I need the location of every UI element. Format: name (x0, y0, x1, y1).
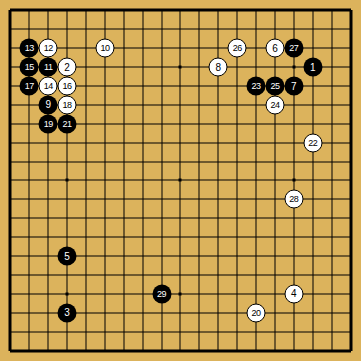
intersection-oa[interactable] (266, 1, 285, 20)
intersection-sb[interactable] (341, 20, 360, 39)
intersection-sk[interactable] (341, 190, 360, 209)
intersection-qm[interactable] (303, 228, 322, 247)
intersection-jg[interactable] (171, 114, 190, 133)
intersection-re[interactable] (322, 77, 341, 96)
intersection-lq[interactable] (209, 303, 228, 322)
intersection-al[interactable] (1, 209, 20, 228)
intersection-la[interactable] (209, 1, 228, 20)
intersection-iq[interactable] (152, 303, 171, 322)
intersection-in[interactable] (152, 247, 171, 266)
intersection-ln[interactable] (209, 247, 228, 266)
intersection-kf[interactable] (190, 95, 209, 114)
intersection-gd[interactable] (114, 58, 133, 77)
intersection-li[interactable] (209, 152, 228, 171)
intersection-fo[interactable] (95, 266, 114, 285)
intersection-kj[interactable] (190, 171, 209, 190)
intersection-kp[interactable] (190, 284, 209, 303)
intersection-do[interactable] (58, 266, 77, 285)
intersection-rc[interactable] (322, 39, 341, 58)
intersection-hc[interactable] (133, 39, 152, 58)
intersection-br[interactable] (20, 322, 39, 341)
intersection-pr[interactable] (284, 322, 303, 341)
intersection-js[interactable] (171, 341, 190, 360)
intersection-fd[interactable] (95, 58, 114, 77)
intersection-mb[interactable] (228, 20, 247, 39)
intersection-ls[interactable] (209, 341, 228, 360)
intersection-gh[interactable] (114, 133, 133, 152)
intersection-rp[interactable] (322, 284, 341, 303)
intersection-ge[interactable] (114, 77, 133, 96)
intersection-gn[interactable] (114, 247, 133, 266)
intersection-nh[interactable] (247, 133, 266, 152)
intersection-me[interactable] (228, 77, 247, 96)
intersection-ng[interactable] (247, 114, 266, 133)
intersection-oq[interactable] (266, 303, 285, 322)
intersection-if[interactable] (152, 95, 171, 114)
intersection-en[interactable] (77, 247, 96, 266)
intersection-gm[interactable] (114, 228, 133, 247)
intersection-kq[interactable] (190, 303, 209, 322)
intersection-qj[interactable] (303, 171, 322, 190)
intersection-le[interactable] (209, 77, 228, 96)
intersection-rb[interactable] (322, 20, 341, 39)
intersection-aq[interactable] (1, 303, 20, 322)
intersection-nb[interactable] (247, 20, 266, 39)
intersection-nc[interactable] (247, 39, 266, 58)
intersection-op[interactable] (266, 284, 285, 303)
intersection-nl[interactable] (247, 209, 266, 228)
intersection-oo[interactable] (266, 266, 285, 285)
intersection-fm[interactable] (95, 228, 114, 247)
intersection-qe[interactable] (303, 77, 322, 96)
intersection-or[interactable] (266, 322, 285, 341)
intersection-aj[interactable] (1, 171, 20, 190)
intersection-qb[interactable] (303, 20, 322, 39)
intersection-mg[interactable] (228, 114, 247, 133)
intersection-is[interactable] (152, 341, 171, 360)
intersection-qf[interactable] (303, 95, 322, 114)
intersection-er[interactable] (77, 322, 96, 341)
intersection-ns[interactable] (247, 341, 266, 360)
intersection-bn[interactable] (20, 247, 39, 266)
intersection-ic[interactable] (152, 39, 171, 58)
intersection-fq[interactable] (95, 303, 114, 322)
intersection-as[interactable] (1, 341, 20, 360)
intersection-lo[interactable] (209, 266, 228, 285)
intersection-lr[interactable] (209, 322, 228, 341)
intersection-ga[interactable] (114, 1, 133, 20)
intersection-ro[interactable] (322, 266, 341, 285)
intersection-qg[interactable] (303, 114, 322, 133)
intersection-rq[interactable] (322, 303, 341, 322)
intersection-pn[interactable] (284, 247, 303, 266)
intersection-om[interactable] (266, 228, 285, 247)
intersection-ds[interactable] (58, 341, 77, 360)
intersection-ej[interactable] (77, 171, 96, 190)
intersection-ij[interactable] (152, 171, 171, 190)
intersection-ia[interactable] (152, 1, 171, 20)
intersection-rn[interactable] (322, 247, 341, 266)
intersection-id[interactable] (152, 58, 171, 77)
intersection-fl[interactable] (95, 209, 114, 228)
intersection-je[interactable] (171, 77, 190, 96)
intersection-qi[interactable] (303, 152, 322, 171)
intersection-qo[interactable] (303, 266, 322, 285)
intersection-ff[interactable] (95, 95, 114, 114)
intersection-ec[interactable] (77, 39, 96, 58)
intersection-ai[interactable] (1, 152, 20, 171)
intersection-lg[interactable] (209, 114, 228, 133)
intersection-jb[interactable] (171, 20, 190, 39)
intersection-ep[interactable] (77, 284, 96, 303)
intersection-fk[interactable] (95, 190, 114, 209)
intersection-cs[interactable] (39, 341, 58, 360)
intersection-bm[interactable] (20, 228, 39, 247)
intersection-ql[interactable] (303, 209, 322, 228)
intersection-sd[interactable] (341, 58, 360, 77)
intersection-dk[interactable] (58, 190, 77, 209)
intersection-hd[interactable] (133, 58, 152, 77)
intersection-ie[interactable] (152, 77, 171, 96)
intersection-dh[interactable] (58, 133, 77, 152)
intersection-fn[interactable] (95, 247, 114, 266)
intersection-kk[interactable] (190, 190, 209, 209)
intersection-bb[interactable] (20, 20, 39, 39)
intersection-ml[interactable] (228, 209, 247, 228)
intersection-fb[interactable] (95, 20, 114, 39)
intersection-gb[interactable] (114, 20, 133, 39)
intersection-cl[interactable] (39, 209, 58, 228)
intersection-fr[interactable] (95, 322, 114, 341)
intersection-oi[interactable] (266, 152, 285, 171)
intersection-kb[interactable] (190, 20, 209, 39)
intersection-dl[interactable] (58, 209, 77, 228)
intersection-bs[interactable] (20, 341, 39, 360)
intersection-nj[interactable] (247, 171, 266, 190)
intersection-bo[interactable] (20, 266, 39, 285)
intersection-nf[interactable] (247, 95, 266, 114)
intersection-am[interactable] (1, 228, 20, 247)
intersection-ca[interactable] (39, 1, 58, 20)
intersection-ac[interactable] (1, 39, 20, 58)
intersection-af[interactable] (1, 95, 20, 114)
intersection-nn[interactable] (247, 247, 266, 266)
intersection-hb[interactable] (133, 20, 152, 39)
intersection-bp[interactable] (20, 284, 39, 303)
intersection-sq[interactable] (341, 303, 360, 322)
intersection-jl[interactable] (171, 209, 190, 228)
intersection-pa[interactable] (284, 1, 303, 20)
intersection-hp[interactable] (133, 284, 152, 303)
intersection-ra[interactable] (322, 1, 341, 20)
intersection-lh[interactable] (209, 133, 228, 152)
intersection-ho[interactable] (133, 266, 152, 285)
intersection-kc[interactable] (190, 39, 209, 58)
intersection-gq[interactable] (114, 303, 133, 322)
intersection-aa[interactable] (1, 1, 20, 20)
intersection-di[interactable] (58, 152, 77, 171)
intersection-ma[interactable] (228, 1, 247, 20)
intersection-rr[interactable] (322, 322, 341, 341)
intersection-gi[interactable] (114, 152, 133, 171)
intersection-qk[interactable] (303, 190, 322, 209)
intersection-bi[interactable] (20, 152, 39, 171)
intersection-si[interactable] (341, 152, 360, 171)
intersection-ig[interactable] (152, 114, 171, 133)
intersection-gf[interactable] (114, 95, 133, 114)
intersection-os[interactable] (266, 341, 285, 360)
intersection-jq[interactable] (171, 303, 190, 322)
intersection-sr[interactable] (341, 322, 360, 341)
intersection-ms[interactable] (228, 341, 247, 360)
intersection-qr[interactable] (303, 322, 322, 341)
intersection-hn[interactable] (133, 247, 152, 266)
intersection-nd[interactable] (247, 58, 266, 77)
intersection-ph[interactable] (284, 133, 303, 152)
intersection-jn[interactable] (171, 247, 190, 266)
intersection-bq[interactable] (20, 303, 39, 322)
intersection-jh[interactable] (171, 133, 190, 152)
intersection-mr[interactable] (228, 322, 247, 341)
intersection-lf[interactable] (209, 95, 228, 114)
intersection-jc[interactable] (171, 39, 190, 58)
intersection-bf[interactable] (20, 95, 39, 114)
intersection-ii[interactable] (152, 152, 171, 171)
intersection-dc[interactable] (58, 39, 77, 58)
intersection-np[interactable] (247, 284, 266, 303)
intersection-ag[interactable] (1, 114, 20, 133)
intersection-mk[interactable] (228, 190, 247, 209)
intersection-jp[interactable] (171, 284, 190, 303)
intersection-ae[interactable] (1, 77, 20, 96)
intersection-gp[interactable] (114, 284, 133, 303)
intersection-fh[interactable] (95, 133, 114, 152)
intersection-jm[interactable] (171, 228, 190, 247)
intersection-ha[interactable] (133, 1, 152, 20)
intersection-sj[interactable] (341, 171, 360, 190)
intersection-kg[interactable] (190, 114, 209, 133)
intersection-no[interactable] (247, 266, 266, 285)
intersection-ak[interactable] (1, 190, 20, 209)
intersection-pm[interactable] (284, 228, 303, 247)
intersection-mp[interactable] (228, 284, 247, 303)
intersection-hh[interactable] (133, 133, 152, 152)
intersection-lb[interactable] (209, 20, 228, 39)
intersection-da[interactable] (58, 1, 77, 20)
intersection-rh[interactable] (322, 133, 341, 152)
intersection-se[interactable] (341, 77, 360, 96)
intersection-hr[interactable] (133, 322, 152, 341)
intersection-bg[interactable] (20, 114, 39, 133)
intersection-nk[interactable] (247, 190, 266, 209)
intersection-ih[interactable] (152, 133, 171, 152)
intersection-jj[interactable] (171, 171, 190, 190)
intersection-pd[interactable] (284, 58, 303, 77)
intersection-sg[interactable] (341, 114, 360, 133)
intersection-ar[interactable] (1, 322, 20, 341)
intersection-na[interactable] (247, 1, 266, 20)
intersection-hm[interactable] (133, 228, 152, 247)
intersection-cj[interactable] (39, 171, 58, 190)
intersection-es[interactable] (77, 341, 96, 360)
intersection-sp[interactable] (341, 284, 360, 303)
intersection-sa[interactable] (341, 1, 360, 20)
intersection-ad[interactable] (1, 58, 20, 77)
intersection-jr[interactable] (171, 322, 190, 341)
intersection-ss[interactable] (341, 341, 360, 360)
intersection-oh[interactable] (266, 133, 285, 152)
intersection-ol[interactable] (266, 209, 285, 228)
intersection-hj[interactable] (133, 171, 152, 190)
intersection-mq[interactable] (228, 303, 247, 322)
intersection-nm[interactable] (247, 228, 266, 247)
intersection-fj[interactable] (95, 171, 114, 190)
intersection-ed[interactable] (77, 58, 96, 77)
intersection-sc[interactable] (341, 39, 360, 58)
intersection-jo[interactable] (171, 266, 190, 285)
intersection-fe[interactable] (95, 77, 114, 96)
intersection-kd[interactable] (190, 58, 209, 77)
intersection-ef[interactable] (77, 95, 96, 114)
intersection-ao[interactable] (1, 266, 20, 285)
intersection-hl[interactable] (133, 209, 152, 228)
intersection-og[interactable] (266, 114, 285, 133)
intersection-ok[interactable] (266, 190, 285, 209)
intersection-cr[interactable] (39, 322, 58, 341)
intersection-fp[interactable] (95, 284, 114, 303)
intersection-pl[interactable] (284, 209, 303, 228)
intersection-an[interactable] (1, 247, 20, 266)
intersection-im[interactable] (152, 228, 171, 247)
intersection-rg[interactable] (322, 114, 341, 133)
intersection-sh[interactable] (341, 133, 360, 152)
intersection-jk[interactable] (171, 190, 190, 209)
intersection-rj[interactable] (322, 171, 341, 190)
intersection-ah[interactable] (1, 133, 20, 152)
intersection-ap[interactable] (1, 284, 20, 303)
intersection-eh[interactable] (77, 133, 96, 152)
intersection-qs[interactable] (303, 341, 322, 360)
intersection-db[interactable] (58, 20, 77, 39)
intersection-ks[interactable] (190, 341, 209, 360)
intersection-ko[interactable] (190, 266, 209, 285)
intersection-kl[interactable] (190, 209, 209, 228)
intersection-lk[interactable] (209, 190, 228, 209)
intersection-gc[interactable] (114, 39, 133, 58)
intersection-bl[interactable] (20, 209, 39, 228)
intersection-ka[interactable] (190, 1, 209, 20)
intersection-dr[interactable] (58, 322, 77, 341)
intersection-mh[interactable] (228, 133, 247, 152)
intersection-ki[interactable] (190, 152, 209, 171)
intersection-hi[interactable] (133, 152, 152, 171)
intersection-dj[interactable] (58, 171, 77, 190)
intersection-eo[interactable] (77, 266, 96, 285)
intersection-qn[interactable] (303, 247, 322, 266)
intersection-gs[interactable] (114, 341, 133, 360)
intersection-nr[interactable] (247, 322, 266, 341)
intersection-lp[interactable] (209, 284, 228, 303)
intersection-ke[interactable] (190, 77, 209, 96)
intersection-fi[interactable] (95, 152, 114, 171)
intersection-lm[interactable] (209, 228, 228, 247)
intersection-fs[interactable] (95, 341, 114, 360)
intersection-bj[interactable] (20, 171, 39, 190)
intersection-hk[interactable] (133, 190, 152, 209)
intersection-il[interactable] (152, 209, 171, 228)
intersection-pg[interactable] (284, 114, 303, 133)
intersection-eb[interactable] (77, 20, 96, 39)
intersection-gl[interactable] (114, 209, 133, 228)
intersection-ea[interactable] (77, 1, 96, 20)
intersection-sm[interactable] (341, 228, 360, 247)
intersection-rs[interactable] (322, 341, 341, 360)
intersection-bk[interactable] (20, 190, 39, 209)
intersection-ob[interactable] (266, 20, 285, 39)
intersection-gr[interactable] (114, 322, 133, 341)
intersection-pq[interactable] (284, 303, 303, 322)
intersection-hs[interactable] (133, 341, 152, 360)
intersection-mm[interactable] (228, 228, 247, 247)
intersection-ni[interactable] (247, 152, 266, 171)
intersection-kn[interactable] (190, 247, 209, 266)
intersection-kh[interactable] (190, 133, 209, 152)
intersection-qp[interactable] (303, 284, 322, 303)
intersection-po[interactable] (284, 266, 303, 285)
intersection-rk[interactable] (322, 190, 341, 209)
intersection-ji[interactable] (171, 152, 190, 171)
intersection-ir[interactable] (152, 322, 171, 341)
intersection-pb[interactable] (284, 20, 303, 39)
intersection-ek[interactable] (77, 190, 96, 209)
intersection-gj[interactable] (114, 171, 133, 190)
intersection-ei[interactable] (77, 152, 96, 171)
intersection-mo[interactable] (228, 266, 247, 285)
intersection-bh[interactable] (20, 133, 39, 152)
intersection-ci[interactable] (39, 152, 58, 171)
intersection-gk[interactable] (114, 190, 133, 209)
intersection-co[interactable] (39, 266, 58, 285)
intersection-cn[interactable] (39, 247, 58, 266)
intersection-jf[interactable] (171, 95, 190, 114)
intersection-jd[interactable] (171, 58, 190, 77)
intersection-mi[interactable] (228, 152, 247, 171)
intersection-km[interactable] (190, 228, 209, 247)
intersection-el[interactable] (77, 209, 96, 228)
intersection-qc[interactable] (303, 39, 322, 58)
intersection-mf[interactable] (228, 95, 247, 114)
intersection-ee[interactable] (77, 77, 96, 96)
intersection-cb[interactable] (39, 20, 58, 39)
intersection-em[interactable] (77, 228, 96, 247)
intersection-ch[interactable] (39, 133, 58, 152)
intersection-he[interactable] (133, 77, 152, 96)
intersection-fg[interactable] (95, 114, 114, 133)
intersection-ab[interactable] (1, 20, 20, 39)
intersection-so[interactable] (341, 266, 360, 285)
intersection-io[interactable] (152, 266, 171, 285)
intersection-hg[interactable] (133, 114, 152, 133)
intersection-dp[interactable] (58, 284, 77, 303)
intersection-cm[interactable] (39, 228, 58, 247)
intersection-eg[interactable] (77, 114, 96, 133)
intersection-ib[interactable] (152, 20, 171, 39)
intersection-rf[interactable] (322, 95, 341, 114)
intersection-ll[interactable] (209, 209, 228, 228)
intersection-sn[interactable] (341, 247, 360, 266)
intersection-ck[interactable] (39, 190, 58, 209)
intersection-on[interactable] (266, 247, 285, 266)
